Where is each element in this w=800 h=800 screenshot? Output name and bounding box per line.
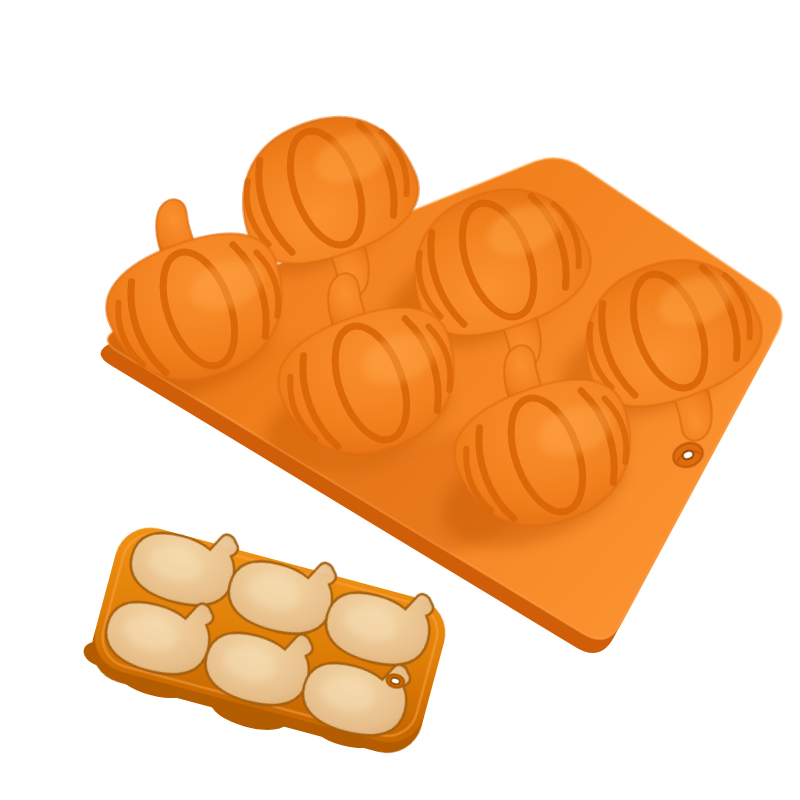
product-photo bbox=[0, 0, 800, 800]
small-mold bbox=[75, 506, 456, 770]
photo-background bbox=[0, 0, 800, 800]
